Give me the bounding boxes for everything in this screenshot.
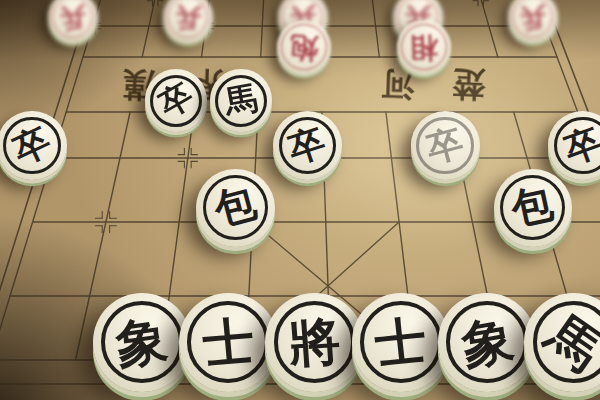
piece-glyph: 兵 — [519, 3, 547, 31]
piece-glyph: 士 — [201, 315, 256, 370]
piece-glyph: 將 — [287, 315, 342, 370]
piece-black-象[interactable]: 象 — [438, 293, 537, 392]
xiangqi-photo-scene: 漢界河楚 兵兵兵兵兵炮相卒馬卒卒卒卒包包象士將士象馬 — [0, 0, 600, 400]
piece-glyph: 包 — [509, 184, 557, 232]
piece-black-卒[interactable]: 卒 — [145, 69, 208, 132]
piece-black-象[interactable]: 象 — [93, 293, 192, 392]
piece-glyph: 象 — [113, 313, 171, 371]
piece-glyph: 士 — [373, 314, 429, 370]
piece-black-卒[interactable]: 卒 — [273, 111, 342, 180]
piece-black-卒[interactable]: 卒 — [411, 111, 480, 180]
piece-red-炮[interactable]: 炮 — [277, 20, 332, 75]
piece-glyph: 炮 — [289, 32, 319, 62]
piece-glyph: 相 — [409, 32, 438, 61]
piece-black-卒[interactable]: 卒 — [0, 111, 67, 180]
piece-black-將[interactable]: 將 — [265, 293, 364, 392]
piece-glyph: 馬 — [222, 82, 260, 120]
piece-black-馬[interactable]: 馬 — [210, 69, 273, 132]
piece-black-士[interactable]: 士 — [352, 293, 451, 392]
piece-black-包[interactable]: 包 — [196, 169, 275, 248]
piece-black-士[interactable]: 士 — [179, 293, 278, 392]
piece-glyph: 象 — [457, 313, 516, 372]
piece-glyph: 兵 — [174, 3, 202, 31]
piece-glyph: 兵 — [59, 3, 87, 31]
piece-black-包[interactable]: 包 — [494, 169, 573, 248]
